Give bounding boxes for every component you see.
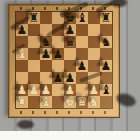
- square-f3[interactable]: [76, 72, 88, 84]
- square-f4[interactable]: ♟: [76, 60, 88, 72]
- black-pawn-a7[interactable]: ♟: [17, 24, 28, 36]
- square-d1[interactable]: [52, 96, 64, 108]
- square-h4[interactable]: ♟: [100, 60, 112, 72]
- square-b5[interactable]: [28, 48, 40, 60]
- white-bishop-a5[interactable]: ♝: [16, 48, 28, 60]
- square-e5[interactable]: [64, 48, 76, 60]
- square-b8[interactable]: ♜: [28, 12, 40, 24]
- square-a5[interactable]: ♝: [16, 48, 28, 60]
- white-king-e1[interactable]: ♚: [64, 96, 76, 108]
- square-b2[interactable]: ♟: [28, 84, 40, 96]
- square-d2[interactable]: [52, 84, 64, 96]
- square-b1[interactable]: [28, 96, 40, 108]
- black-rook-b8[interactable]: ♜: [29, 12, 40, 24]
- white-queen-f1[interactable]: ♛: [76, 96, 88, 108]
- square-e1[interactable]: ♚: [64, 96, 76, 108]
- chess-board: ♜♚♝♜♟♟♞♛♞♝♟♟♟♟♟♟♟♟♟♟♟♝♜♝♚♛♞: [8, 4, 120, 118]
- square-d3[interactable]: ♟: [52, 72, 64, 84]
- black-pawn-f4[interactable]: ♟: [77, 60, 88, 72]
- square-a7[interactable]: ♟: [16, 24, 28, 36]
- square-c5[interactable]: ♟: [40, 48, 52, 60]
- square-a4[interactable]: [16, 60, 28, 72]
- square-f6[interactable]: [76, 36, 88, 48]
- black-pawn-d3[interactable]: ♟: [53, 72, 64, 84]
- square-d8[interactable]: [52, 12, 64, 24]
- square-g4[interactable]: [88, 60, 100, 72]
- white-bishop-c1[interactable]: ♝: [40, 96, 52, 108]
- square-f7[interactable]: [76, 24, 88, 36]
- square-g5[interactable]: [88, 48, 100, 60]
- square-c4[interactable]: [40, 60, 52, 72]
- board-grid: ♜♚♝♜♟♟♞♛♞♝♟♟♟♟♟♟♟♟♟♟♟♝♜♝♚♛♞: [16, 12, 112, 108]
- square-d7[interactable]: [52, 24, 64, 36]
- square-g7[interactable]: [88, 24, 100, 36]
- white-rook-a1[interactable]: ♜: [17, 96, 28, 108]
- square-c1[interactable]: ♝: [40, 96, 52, 108]
- square-g8[interactable]: [88, 12, 100, 24]
- square-h6[interactable]: ♞: [100, 36, 112, 48]
- square-e6[interactable]: ♛: [64, 36, 76, 48]
- square-h1[interactable]: [100, 96, 112, 108]
- square-b7[interactable]: [28, 24, 40, 36]
- screenshot-root: { "game": "chess", "scene": "overhead ph…: [0, 0, 140, 140]
- frame-notches-bottom: [16, 111, 112, 114]
- white-knight-g1[interactable]: ♞: [89, 96, 100, 108]
- white-pawn-b2[interactable]: ♟: [29, 84, 40, 96]
- black-knight-h6[interactable]: ♞: [101, 36, 112, 48]
- square-g1[interactable]: ♞: [88, 96, 100, 108]
- square-d5[interactable]: ♟: [52, 48, 64, 60]
- black-queen-e6[interactable]: ♛: [64, 36, 76, 48]
- square-f1[interactable]: ♛: [76, 96, 88, 108]
- square-b6[interactable]: [28, 36, 40, 48]
- image-bottom-margin: [0, 131, 140, 140]
- square-b4[interactable]: [28, 60, 40, 72]
- square-h2[interactable]: ♝: [100, 84, 112, 96]
- black-rook-h8[interactable]: ♜: [101, 12, 112, 24]
- square-c8[interactable]: [40, 12, 52, 24]
- black-pawn-c5[interactable]: ♟: [41, 48, 52, 60]
- black-pawn-d5[interactable]: ♟: [53, 48, 64, 60]
- black-bishop-h2[interactable]: ♝: [100, 84, 112, 96]
- square-a1[interactable]: ♜: [16, 96, 28, 108]
- black-pawn-h4[interactable]: ♟: [101, 60, 112, 72]
- black-bishop-f8[interactable]: ♝: [76, 12, 88, 24]
- square-f8[interactable]: ♝: [76, 12, 88, 24]
- square-g6[interactable]: [88, 36, 100, 48]
- square-h8[interactable]: ♜: [100, 12, 112, 24]
